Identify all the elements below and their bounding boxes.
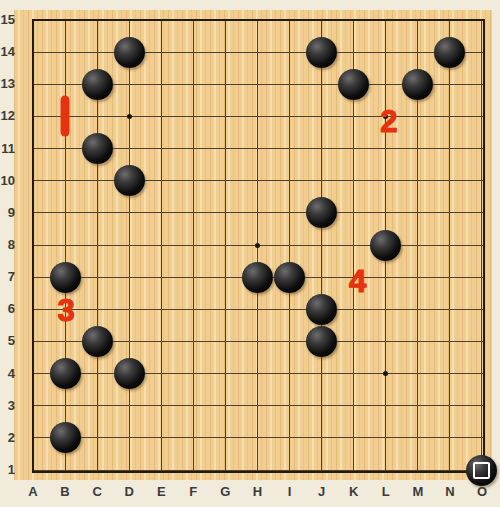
row-label-5: 5 <box>0 333 15 349</box>
row-label-9: 9 <box>0 205 15 221</box>
board-layer: 1234151413121110987654321ABCDEFGHIJKLMNO <box>0 0 500 507</box>
black-stone-M13[interactable] <box>402 69 433 100</box>
black-stone-C11[interactable] <box>82 133 113 164</box>
col-label-C: C <box>87 484 107 500</box>
black-stone-B2[interactable] <box>50 422 81 453</box>
col-label-I: I <box>280 484 300 500</box>
row-label-3: 3 <box>0 398 15 414</box>
region-label-1: 1 <box>61 96 70 137</box>
col-label-N: N <box>440 484 460 500</box>
region-label-4: 4 <box>349 266 366 297</box>
black-stone-D14[interactable] <box>114 37 145 68</box>
black-stone-D10[interactable] <box>114 165 145 196</box>
col-label-G: G <box>215 484 235 500</box>
row-label-1: 1 <box>0 462 15 478</box>
black-stone-I7[interactable] <box>274 262 305 293</box>
row-label-6: 6 <box>0 301 15 317</box>
row-label-12: 12 <box>0 108 15 124</box>
black-stone-J5[interactable] <box>306 326 337 357</box>
black-stone-L8[interactable] <box>370 230 401 261</box>
row-label-10: 10 <box>0 173 15 189</box>
row-label-11: 11 <box>0 141 15 157</box>
black-stone-J6[interactable] <box>306 294 337 325</box>
black-stone-K13[interactable] <box>338 69 369 100</box>
row-label-4: 4 <box>0 366 15 382</box>
col-label-J: J <box>312 484 332 500</box>
black-stone-C13[interactable] <box>82 69 113 100</box>
col-label-B: B <box>55 484 75 500</box>
black-stone-D4[interactable] <box>114 358 145 389</box>
col-label-E: E <box>151 484 171 500</box>
region-label-2: 2 <box>380 106 397 137</box>
col-label-M: M <box>408 484 428 500</box>
black-stone-N14[interactable] <box>434 37 465 68</box>
black-stone-J14[interactable] <box>306 37 337 68</box>
col-label-O: O <box>472 484 492 500</box>
region-label-3: 3 <box>57 295 74 326</box>
star-point-H8 <box>255 243 260 248</box>
black-stone-O1[interactable] <box>466 455 497 486</box>
row-label-13: 13 <box>0 76 15 92</box>
black-stone-B4[interactable] <box>50 358 81 389</box>
col-label-D: D <box>119 484 139 500</box>
star-point-D12 <box>127 114 132 119</box>
black-stone-C5[interactable] <box>82 326 113 357</box>
black-stone-B7[interactable] <box>50 262 81 293</box>
row-label-15: 15 <box>0 12 15 28</box>
row-label-14: 14 <box>0 44 15 60</box>
row-label-7: 7 <box>0 269 15 285</box>
last-move-marker <box>473 462 490 479</box>
row-label-2: 2 <box>0 430 15 446</box>
col-label-F: F <box>183 484 203 500</box>
col-label-L: L <box>376 484 396 500</box>
go-diagram: 1234151413121110987654321ABCDEFGHIJKLMNO <box>0 0 500 507</box>
col-label-A: A <box>23 484 43 500</box>
black-stone-H7[interactable] <box>242 262 273 293</box>
row-label-8: 8 <box>0 237 15 253</box>
col-label-K: K <box>344 484 364 500</box>
col-label-H: H <box>247 484 267 500</box>
